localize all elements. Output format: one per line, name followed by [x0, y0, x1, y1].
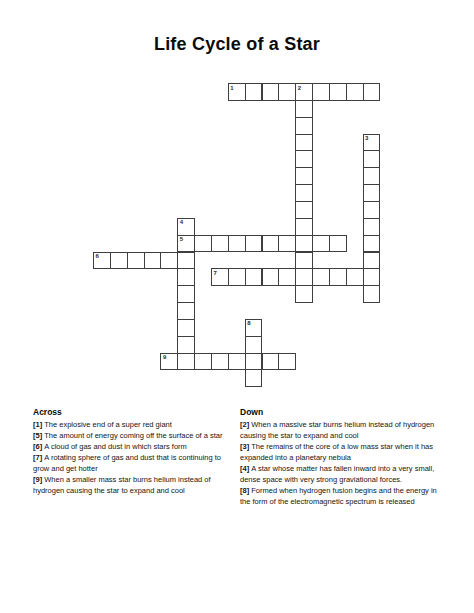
clue-item: [6] A cloud of gas and dust in which sta…: [33, 441, 233, 452]
grid-cell[interactable]: [245, 336, 263, 354]
clue-label: [1]: [33, 420, 44, 429]
puzzle-title: Life Cycle of a Star: [0, 34, 474, 55]
crossword-grid: 123456789: [93, 83, 381, 388]
grid-cell[interactable]: [295, 150, 313, 168]
clue-label: [6]: [33, 442, 44, 451]
grid-cell[interactable]: [295, 285, 313, 303]
clue-label: [3]: [240, 442, 251, 451]
grid-cell[interactable]: 9: [160, 353, 178, 371]
clue-item: [8] Formed when hydrogen fusion begins a…: [240, 485, 448, 507]
grid-cell[interactable]: [363, 167, 381, 185]
grid-cell[interactable]: [363, 235, 381, 253]
down-clue-list: [2] When a massive star burns helium ins…: [240, 419, 448, 507]
grid-cell[interactable]: [110, 252, 128, 270]
down-clues: Down [2] When a massive star burns heliu…: [240, 406, 448, 507]
clue-number: 1: [230, 85, 233, 91]
grid-cell[interactable]: [295, 218, 313, 236]
grid-cell[interactable]: [228, 353, 246, 371]
grid-cell[interactable]: [245, 235, 263, 253]
grid-cell[interactable]: [245, 83, 263, 101]
grid-cell[interactable]: 7: [211, 268, 229, 286]
puzzle-page: Life Cycle of a Star 123456789 Across [1…: [0, 0, 474, 613]
across-clues: Across [1] The explosive end of a super …: [33, 406, 233, 507]
down-header: Down: [240, 406, 448, 418]
grid-cell[interactable]: [329, 83, 347, 101]
grid-cell[interactable]: [177, 268, 195, 286]
grid-cell[interactable]: [194, 353, 212, 371]
grid-cell[interactable]: [295, 167, 313, 185]
grid-cell[interactable]: 5: [177, 235, 195, 253]
grid-cell[interactable]: 2: [295, 83, 313, 101]
grid-cell[interactable]: [278, 353, 296, 371]
grid-cell[interactable]: [363, 268, 381, 286]
grid-cell[interactable]: [346, 83, 364, 101]
grid-cell[interactable]: [177, 252, 195, 270]
grid-cell[interactable]: [363, 252, 381, 270]
clue-item: [9] When a smaller mass star burns heliu…: [33, 474, 233, 496]
grid-cell[interactable]: [177, 302, 195, 320]
grid-cell[interactable]: 6: [93, 252, 111, 270]
grid-cell[interactable]: 4: [177, 218, 195, 236]
grid-cell[interactable]: [211, 235, 229, 253]
grid-cell[interactable]: [363, 218, 381, 236]
grid-cell[interactable]: [363, 184, 381, 202]
grid-cell[interactable]: [144, 252, 162, 270]
grid-cell[interactable]: [245, 369, 263, 387]
grid-cell[interactable]: [177, 353, 195, 371]
clue-item: [5] The amount of energy coming off the …: [33, 430, 233, 441]
clue-item: [3] The remains of the core of a low mas…: [240, 441, 448, 463]
grid-cell[interactable]: [295, 268, 313, 286]
grid-cell[interactable]: [177, 285, 195, 303]
grid-cell[interactable]: [127, 252, 145, 270]
grid-cell[interactable]: [329, 235, 347, 253]
clue-number: 6: [96, 253, 99, 259]
grid-cell[interactable]: [295, 184, 313, 202]
clue-label: [5]: [33, 431, 44, 440]
grid-cell[interactable]: [312, 268, 330, 286]
clue-item: [4] A star whose matter has fallen inwar…: [240, 463, 448, 485]
grid-cell[interactable]: [245, 353, 263, 371]
clue-label: [8]: [240, 486, 251, 495]
clue-label: [4]: [240, 464, 251, 473]
across-clue-list: [1] The explosive end of a super red gia…: [33, 419, 233, 496]
grid-cell[interactable]: [363, 83, 381, 101]
grid-cell[interactable]: [177, 336, 195, 354]
grid-cell[interactable]: [262, 268, 280, 286]
grid-cell[interactable]: [228, 268, 246, 286]
grid-cell[interactable]: [295, 201, 313, 219]
grid-cell[interactable]: [295, 252, 313, 270]
grid-cell[interactable]: [262, 235, 280, 253]
clues-section: Across [1] The explosive end of a super …: [33, 406, 448, 507]
grid-cell[interactable]: [329, 268, 347, 286]
grid-cell[interactable]: [295, 100, 313, 118]
clue-label: [9]: [33, 475, 44, 484]
grid-cell[interactable]: [295, 134, 313, 152]
grid-cell[interactable]: [295, 235, 313, 253]
grid-cell[interactable]: 1: [228, 83, 246, 101]
grid-cell[interactable]: [262, 83, 280, 101]
grid-cell[interactable]: [245, 268, 263, 286]
clue-number: 9: [163, 354, 166, 360]
grid-cell[interactable]: [278, 268, 296, 286]
grid-cell[interactable]: [262, 353, 280, 371]
clue-number: 5: [180, 236, 183, 242]
grid-cell[interactable]: [312, 235, 330, 253]
grid-cell[interactable]: [363, 201, 381, 219]
grid-cell[interactable]: [346, 268, 364, 286]
clue-number: 4: [180, 219, 183, 225]
grid-cell[interactable]: [363, 150, 381, 168]
clue-item: [1] The explosive end of a super red gia…: [33, 419, 233, 430]
clue-number: 3: [365, 135, 368, 141]
clue-label: [7]: [33, 453, 44, 462]
clue-item: [2] When a massive star burns helium ins…: [240, 419, 448, 441]
grid-cell[interactable]: [312, 83, 330, 101]
clue-item: [7] A rotating sphere of gas and dust th…: [33, 452, 233, 474]
grid-cell[interactable]: [160, 252, 178, 270]
clue-label: [2]: [240, 420, 251, 429]
grid-cell[interactable]: 3: [363, 134, 381, 152]
grid-cell[interactable]: [278, 235, 296, 253]
clue-number: 8: [247, 320, 250, 326]
grid-cell[interactable]: [363, 285, 381, 303]
clue-number: 7: [213, 270, 216, 276]
clue-number: 2: [298, 85, 301, 91]
grid-cell[interactable]: [194, 235, 212, 253]
grid-cell[interactable]: [278, 83, 296, 101]
grid-cell[interactable]: [177, 319, 195, 337]
grid-cell[interactable]: 8: [245, 319, 263, 337]
grid-cell[interactable]: [295, 117, 313, 135]
grid-cell[interactable]: [211, 353, 229, 371]
grid-cell[interactable]: [228, 235, 246, 253]
across-header: Across: [33, 406, 233, 418]
